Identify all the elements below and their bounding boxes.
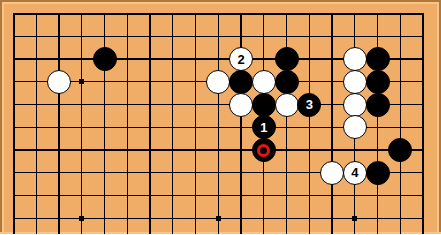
black-stone (366, 161, 390, 185)
grid-line-vertical (127, 13, 128, 235)
grid-line-horizontal (13, 36, 425, 37)
black-stone: 1 (252, 115, 276, 139)
circle-marker (257, 144, 270, 157)
black-stone: 3 (297, 93, 321, 117)
star-point (79, 216, 84, 221)
grid-line-vertical (377, 13, 378, 235)
frame-bottom-light (0, 232, 441, 234)
grid-line-vertical (81, 13, 82, 235)
star-point (79, 79, 84, 84)
frame-left-light (2, 2, 4, 234)
black-stone (252, 93, 276, 117)
frame-right-light (437, 2, 439, 234)
grid-line-vertical (149, 13, 150, 235)
grid-line-vertical (331, 13, 332, 235)
white-stone (252, 70, 276, 94)
black-stone (252, 138, 276, 162)
grid-line-horizontal (13, 195, 425, 196)
grid-line-vertical (58, 13, 59, 235)
star-point (352, 216, 357, 221)
white-stone (320, 161, 344, 185)
move-number-label: 1 (260, 121, 267, 134)
black-stone (229, 70, 253, 94)
white-stone (206, 70, 230, 94)
grid-line-vertical (104, 13, 105, 235)
grid-line-vertical (286, 13, 287, 235)
white-stone (47, 70, 71, 94)
grid-line-horizontal (13, 149, 425, 150)
white-stone: 4 (343, 161, 367, 185)
grid-line-vertical (309, 13, 310, 235)
grid-line-vertical (218, 13, 219, 235)
white-stone (343, 70, 367, 94)
black-stone (275, 47, 299, 71)
grid-line-vertical (195, 13, 196, 235)
white-stone (275, 93, 299, 117)
white-stone (343, 93, 367, 117)
black-stone (93, 47, 117, 71)
go-board-diagram: 2314 (0, 0, 441, 234)
move-number-label: 4 (351, 166, 358, 179)
grid-line-vertical (240, 13, 241, 235)
star-point (216, 216, 221, 221)
black-stone (275, 70, 299, 94)
black-stone (366, 70, 390, 94)
black-stone (366, 47, 390, 71)
grid-line-vertical (172, 13, 173, 235)
white-stone: 2 (229, 47, 253, 71)
grid-line-vertical (400, 13, 401, 235)
grid-line-vertical (13, 13, 15, 235)
black-stone (366, 93, 390, 117)
white-stone (343, 47, 367, 71)
grid-line-vertical (36, 13, 37, 235)
move-number-label: 3 (306, 98, 313, 111)
frame-top-light (0, 2, 441, 4)
move-number-label: 2 (237, 53, 244, 66)
grid-line-horizontal (13, 13, 425, 15)
white-stone (229, 93, 253, 117)
grid-line-vertical (422, 13, 424, 235)
white-stone (343, 115, 367, 139)
